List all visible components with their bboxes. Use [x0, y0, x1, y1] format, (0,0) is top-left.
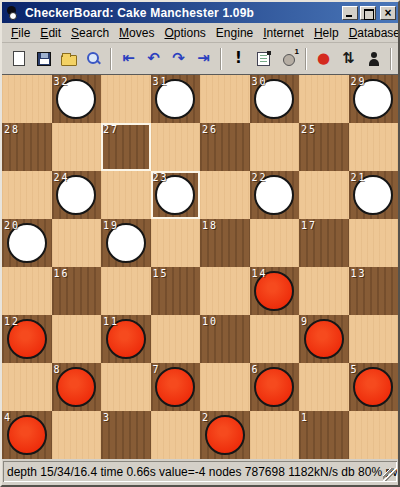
- magnifier-icon: [86, 51, 102, 67]
- window-title: CheckerBoard: Cake Manchester 1.09b: [25, 6, 342, 20]
- square-number: 27: [103, 124, 119, 135]
- light-square[interactable]: [151, 123, 201, 171]
- light-square[interactable]: [101, 363, 151, 411]
- find-button[interactable]: [82, 47, 105, 71]
- menu-help[interactable]: Help: [309, 24, 344, 42]
- square-number: 18: [202, 220, 218, 231]
- light-square[interactable]: [101, 75, 151, 123]
- square-8[interactable]: 8: [52, 363, 102, 411]
- square-26[interactable]: 26: [200, 123, 250, 171]
- red-piece-8[interactable]: [56, 367, 96, 407]
- engine-status-text: depth 15/34/16.4 time 0.66s value=-4 nod…: [7, 465, 397, 479]
- setup-position-button[interactable]: 1: [277, 47, 300, 71]
- square-number: 13: [351, 268, 367, 279]
- square-number: 11: [103, 316, 119, 327]
- square-25[interactable]: 25: [299, 123, 349, 171]
- square-2[interactable]: 2: [200, 411, 250, 459]
- light-square[interactable]: [52, 315, 102, 363]
- square-14[interactable]: 14: [250, 267, 300, 315]
- square-18[interactable]: 18: [200, 219, 250, 267]
- go-to-end-button[interactable]: ⇥: [192, 47, 215, 71]
- menu-file[interactable]: File: [6, 24, 35, 42]
- square-number: 5: [351, 364, 359, 375]
- player-button[interactable]: [362, 47, 385, 71]
- square-number: 10: [202, 316, 218, 327]
- red-piece-6[interactable]: [254, 367, 294, 407]
- light-square[interactable]: [2, 171, 52, 219]
- light-square[interactable]: [200, 171, 250, 219]
- new-game-button[interactable]: [7, 47, 30, 71]
- square-20[interactable]: 20: [2, 219, 52, 267]
- square-number: 28: [4, 124, 20, 135]
- light-square[interactable]: [349, 219, 399, 267]
- switch-sides-button[interactable]: ⇅: [337, 47, 360, 71]
- red-piece-5[interactable]: [353, 367, 393, 407]
- square-7[interactable]: 7: [151, 363, 201, 411]
- square-number: 30: [252, 76, 268, 87]
- menu-database[interactable]: Database: [344, 24, 400, 42]
- square-12[interactable]: 12: [2, 315, 52, 363]
- square-24[interactable]: 24: [52, 171, 102, 219]
- menu-moves[interactable]: Moves: [114, 24, 159, 42]
- light-square[interactable]: [299, 363, 349, 411]
- page-icon: [13, 51, 25, 66]
- move-now-button[interactable]: !: [227, 47, 250, 71]
- square-number: 31: [153, 76, 169, 87]
- square-6[interactable]: 6: [250, 363, 300, 411]
- square-32[interactable]: 32: [52, 75, 102, 123]
- light-square[interactable]: [250, 123, 300, 171]
- square-30[interactable]: 30: [250, 75, 300, 123]
- square-15[interactable]: 15: [151, 267, 201, 315]
- light-square[interactable]: [200, 267, 250, 315]
- toolbar-separator: [220, 48, 222, 70]
- square-number: 26: [202, 124, 218, 135]
- status-area: depth 15/34/16.4 time 0.66s value=-4 nod…: [2, 458, 398, 485]
- light-square[interactable]: [349, 315, 399, 363]
- light-square[interactable]: [151, 411, 201, 459]
- square-number: 6: [252, 364, 260, 375]
- square-number: 16: [54, 268, 70, 279]
- light-square[interactable]: [200, 363, 250, 411]
- red-piece-7[interactable]: [155, 367, 195, 407]
- square-number: 20: [4, 220, 20, 231]
- toolbar-separator: [390, 48, 392, 70]
- square-22[interactable]: 22: [250, 171, 300, 219]
- square-number: 14: [252, 268, 268, 279]
- menu-engine[interactable]: Engine: [211, 24, 258, 42]
- square-number: 22: [252, 172, 268, 183]
- square-4[interactable]: 4: [2, 411, 52, 459]
- redo-move-button[interactable]: ↷: [167, 47, 190, 71]
- light-square[interactable]: [299, 267, 349, 315]
- square-19[interactable]: 19: [101, 219, 151, 267]
- menu-options[interactable]: Options: [159, 24, 210, 42]
- checkerboard-window: CheckerBoard: Cake Manchester 1.09b × Fi…: [0, 0, 400, 487]
- light-square[interactable]: [101, 267, 151, 315]
- maximize-button[interactable]: [360, 6, 376, 20]
- square-number: 7: [153, 364, 161, 375]
- square-11[interactable]: 11: [101, 315, 151, 363]
- light-square[interactable]: [2, 267, 52, 315]
- square-number: 19: [103, 220, 119, 231]
- square-number: 4: [4, 412, 12, 423]
- square-9[interactable]: 9: [299, 315, 349, 363]
- light-square[interactable]: [101, 171, 151, 219]
- square-23[interactable]: 23: [151, 171, 201, 219]
- light-square[interactable]: [200, 75, 250, 123]
- light-square[interactable]: [52, 219, 102, 267]
- toolbar: ⇤↶↷⇥!1●⇅: [2, 43, 398, 74]
- square-number: 3: [103, 412, 111, 423]
- minimize-button[interactable]: [342, 6, 358, 20]
- board[interactable]: 3231302928272625242322212019181716151413…: [2, 74, 398, 458]
- go-to-start-button[interactable]: ⇤: [117, 47, 140, 71]
- open-game-button[interactable]: [57, 47, 80, 71]
- menu-internet[interactable]: Internet: [258, 24, 309, 42]
- app-icon: [6, 5, 21, 20]
- light-square[interactable]: [151, 315, 201, 363]
- square-number: 9: [301, 316, 309, 327]
- square-13[interactable]: 13: [349, 267, 399, 315]
- book-star-icon: [257, 52, 270, 66]
- menu-search[interactable]: Search: [66, 24, 114, 42]
- toolbar-separator: [305, 48, 307, 70]
- light-square[interactable]: [299, 75, 349, 123]
- undo-move-button[interactable]: ↶: [142, 47, 165, 71]
- light-square[interactable]: [349, 123, 399, 171]
- copy-game-button[interactable]: [252, 47, 275, 71]
- light-square[interactable]: [299, 171, 349, 219]
- engine-match-button[interactable]: ●: [312, 47, 335, 71]
- light-square[interactable]: [349, 411, 399, 459]
- close-button[interactable]: ×: [380, 6, 396, 20]
- status-bar: depth 15/34/16.4 time 0.66s value=-4 nod…: [3, 461, 397, 482]
- light-square[interactable]: [52, 411, 102, 459]
- light-square[interactable]: [250, 411, 300, 459]
- square-number: 23: [153, 172, 169, 183]
- square-21[interactable]: 21: [349, 171, 399, 219]
- menu-bar: FileEditSearchMovesOptionsEngineInternet…: [2, 23, 398, 43]
- toolbar-separator: [110, 48, 112, 70]
- red-piece-9[interactable]: [304, 319, 344, 359]
- square-number: 29: [351, 76, 367, 87]
- square-number: 24: [54, 172, 70, 183]
- save-game-button[interactable]: [32, 47, 55, 71]
- person-icon: [367, 52, 381, 66]
- light-square[interactable]: [2, 75, 52, 123]
- red-piece-2[interactable]: [205, 415, 245, 455]
- piece-one-icon: [283, 54, 295, 66]
- square-number: 8: [54, 364, 62, 375]
- light-square[interactable]: [250, 219, 300, 267]
- square-29[interactable]: 29: [349, 75, 399, 123]
- floppy-icon: [37, 52, 51, 66]
- square-number: 12: [4, 316, 20, 327]
- light-square[interactable]: [2, 363, 52, 411]
- square-27[interactable]: 27: [101, 123, 151, 171]
- menu-edit[interactable]: Edit: [35, 24, 66, 42]
- badge-label: 1: [295, 47, 299, 56]
- square-17[interactable]: 17: [299, 219, 349, 267]
- square-number: 15: [153, 268, 169, 279]
- square-number: 2: [202, 412, 210, 423]
- light-square[interactable]: [52, 123, 102, 171]
- resize-grip[interactable]: [383, 468, 396, 481]
- square-number: 32: [54, 76, 70, 87]
- square-31[interactable]: 31: [151, 75, 201, 123]
- square-number: 21: [351, 172, 367, 183]
- title-bar[interactable]: CheckerBoard: Cake Manchester 1.09b ×: [2, 2, 398, 23]
- square-28[interactable]: 28: [2, 123, 52, 171]
- folder-icon: [61, 55, 77, 66]
- close-icon: ×: [384, 8, 391, 18]
- square-number: 1: [301, 412, 309, 423]
- square-number: 17: [301, 220, 317, 231]
- square-number: 25: [301, 124, 317, 135]
- square-1[interactable]: 1: [299, 411, 349, 459]
- square-16[interactable]: 16: [52, 267, 102, 315]
- light-square[interactable]: [250, 315, 300, 363]
- game-preview-button[interactable]: [397, 47, 398, 71]
- light-square[interactable]: [151, 219, 201, 267]
- square-3[interactable]: 3: [101, 411, 151, 459]
- square-5[interactable]: 5: [349, 363, 399, 411]
- red-piece-4[interactable]: [7, 415, 47, 455]
- square-10[interactable]: 10: [200, 315, 250, 363]
